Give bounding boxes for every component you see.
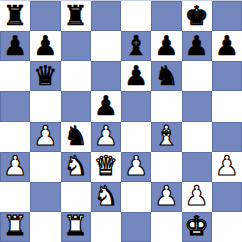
piece-black-bishop[interactable]: ♝	[124, 32, 148, 59]
piece-black-king[interactable]: ♚	[185, 2, 209, 29]
square-c3[interactable]: ♞	[61, 152, 91, 182]
square-a7[interactable]: ♟	[0, 31, 30, 61]
square-d3[interactable]: ♛	[91, 152, 121, 182]
square-a1[interactable]: ♜	[0, 212, 30, 242]
square-d6[interactable]	[91, 61, 121, 91]
square-a6[interactable]	[0, 61, 30, 91]
square-d1[interactable]	[91, 212, 121, 242]
square-e5[interactable]	[121, 91, 151, 121]
square-a4[interactable]	[0, 122, 30, 152]
square-d7[interactable]	[91, 31, 121, 61]
square-g5[interactable]	[182, 91, 212, 121]
square-b2[interactable]	[30, 182, 60, 212]
square-e4[interactable]	[121, 122, 151, 152]
square-d5[interactable]: ♟	[91, 91, 121, 121]
square-a2[interactable]	[0, 182, 30, 212]
square-f5[interactable]	[151, 91, 181, 121]
square-a5[interactable]	[0, 91, 30, 121]
square-h6[interactable]	[212, 61, 242, 91]
square-d2[interactable]: ♞	[91, 182, 121, 212]
square-e7[interactable]: ♝	[121, 31, 151, 61]
piece-black-rook[interactable]: ♜	[3, 2, 27, 29]
piece-black-pawn[interactable]: ♟	[33, 32, 57, 59]
square-e3[interactable]: ♟	[121, 152, 151, 182]
piece-white-knight[interactable]: ♞	[94, 182, 118, 209]
square-f8[interactable]	[151, 1, 181, 31]
square-e6[interactable]: ♟	[121, 61, 151, 91]
square-f6[interactable]: ♞	[151, 61, 181, 91]
piece-black-pawn[interactable]: ♟	[185, 32, 209, 59]
piece-white-rook[interactable]: ♜	[3, 212, 27, 239]
piece-black-rook[interactable]: ♜	[64, 2, 88, 29]
piece-white-knight[interactable]: ♞	[64, 152, 88, 179]
square-h2[interactable]	[212, 182, 242, 212]
piece-black-pawn[interactable]: ♟	[3, 32, 27, 59]
square-d8[interactable]	[91, 1, 121, 31]
square-e1[interactable]	[121, 212, 151, 242]
piece-white-pawn[interactable]: ♟	[33, 122, 57, 149]
square-c8[interactable]: ♜	[61, 1, 91, 31]
square-c1[interactable]: ♜	[61, 212, 91, 242]
square-h8[interactable]	[212, 1, 242, 31]
piece-black-queen[interactable]: ♛	[33, 62, 57, 89]
square-f3[interactable]	[151, 152, 181, 182]
square-g8[interactable]: ♚	[182, 1, 212, 31]
piece-black-knight[interactable]: ♞	[154, 62, 178, 89]
square-b6[interactable]: ♛	[30, 61, 60, 91]
piece-black-pawn[interactable]: ♟	[124, 62, 148, 89]
square-b4[interactable]: ♟	[30, 122, 60, 152]
piece-black-pawn[interactable]: ♟	[94, 92, 118, 119]
piece-white-queen[interactable]: ♛	[94, 152, 118, 179]
square-c7[interactable]	[61, 31, 91, 61]
piece-white-rook[interactable]: ♜	[64, 212, 88, 239]
piece-white-pawn[interactable]: ♟	[3, 152, 27, 179]
square-b7[interactable]: ♟	[30, 31, 60, 61]
piece-white-pawn[interactable]: ♟	[185, 182, 209, 209]
square-a8[interactable]: ♜	[0, 1, 30, 31]
piece-white-king[interactable]: ♚	[185, 212, 209, 239]
square-e2[interactable]	[121, 182, 151, 212]
square-h4[interactable]	[212, 122, 242, 152]
piece-white-pawn[interactable]: ♟	[154, 182, 178, 209]
piece-white-pawn[interactable]: ♟	[215, 152, 239, 179]
square-h1[interactable]	[212, 212, 242, 242]
piece-white-bishop[interactable]: ♝	[154, 122, 178, 149]
piece-black-pawn[interactable]: ♟	[215, 32, 239, 59]
square-e8[interactable]	[121, 1, 151, 31]
piece-black-knight[interactable]: ♞	[64, 122, 88, 149]
square-c6[interactable]	[61, 61, 91, 91]
square-f7[interactable]: ♟	[151, 31, 181, 61]
square-b1[interactable]	[30, 212, 60, 242]
piece-black-pawn[interactable]: ♟	[154, 32, 178, 59]
square-d4[interactable]: ♟	[91, 122, 121, 152]
square-b3[interactable]	[30, 152, 60, 182]
square-g4[interactable]	[182, 122, 212, 152]
piece-white-pawn[interactable]: ♟	[94, 122, 118, 149]
square-a3[interactable]: ♟	[0, 152, 30, 182]
square-f4[interactable]: ♝	[151, 122, 181, 152]
square-c2[interactable]	[61, 182, 91, 212]
square-c4[interactable]: ♞	[61, 122, 91, 152]
square-g3[interactable]	[182, 152, 212, 182]
square-g6[interactable]	[182, 61, 212, 91]
square-g1[interactable]: ♚	[182, 212, 212, 242]
square-f2[interactable]: ♟	[151, 182, 181, 212]
square-h3[interactable]: ♟	[212, 152, 242, 182]
piece-white-pawn[interactable]: ♟	[124, 152, 148, 179]
square-b8[interactable]	[30, 1, 60, 31]
chess-board: ♜♜♚♟♟♝♟♟♟♛♟♞♟♟♞♟♝♟♞♛♟♟♞♟♟♜♜♚	[0, 0, 242, 242]
square-b5[interactable]	[30, 91, 60, 121]
square-g7[interactable]: ♟	[182, 31, 212, 61]
square-h5[interactable]	[212, 91, 242, 121]
square-c5[interactable]	[61, 91, 91, 121]
square-g2[interactable]: ♟	[182, 182, 212, 212]
square-f1[interactable]	[151, 212, 181, 242]
square-h7[interactable]: ♟	[212, 31, 242, 61]
